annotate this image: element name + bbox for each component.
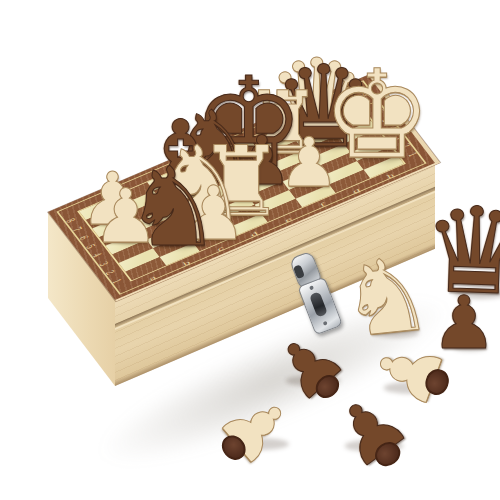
- piece-white-pawn: ♟: [278, 129, 339, 197]
- product-photo-scene: abcdefgh1122334455667788 ♟♟♝♞♚♜♛♛♟♞♞♟♜♟♚…: [0, 0, 500, 500]
- felt-base-pad: [217, 431, 251, 465]
- felt-base-pad: [422, 366, 452, 398]
- felt-base-pad: [370, 437, 404, 471]
- piece-black-knight: ♞: [124, 153, 222, 262]
